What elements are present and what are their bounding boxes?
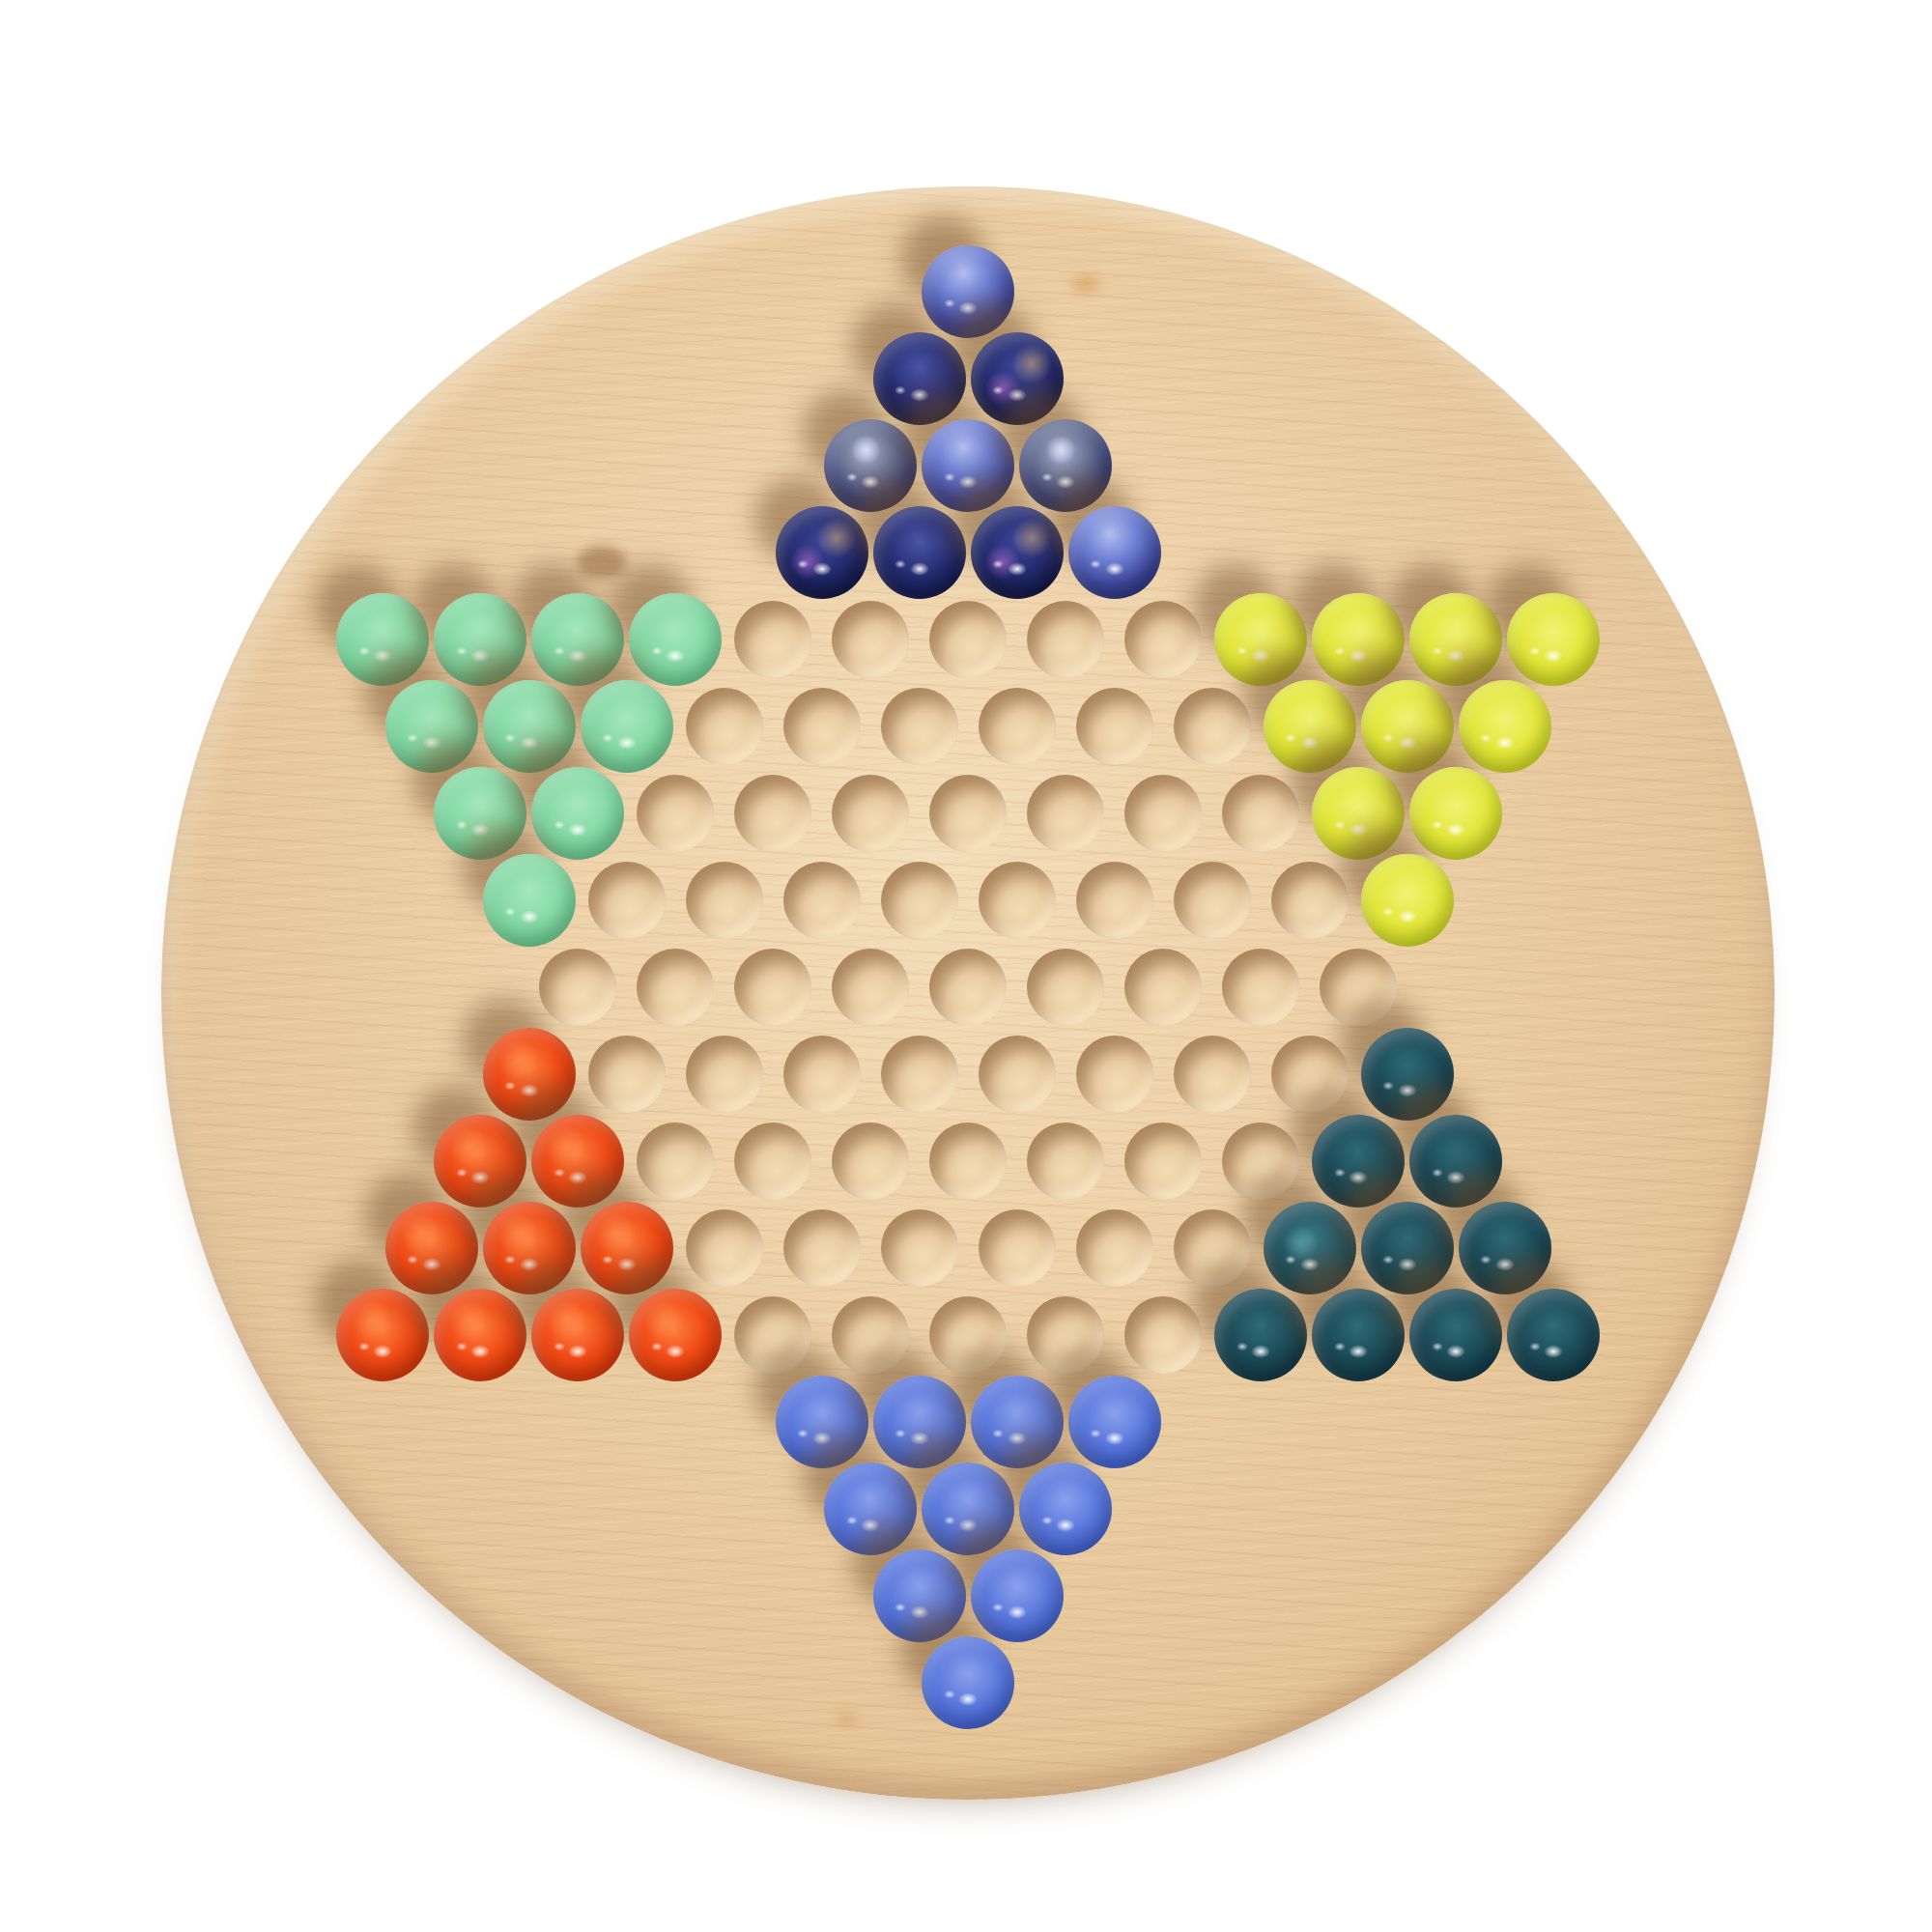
marble-blue[interactable]	[922, 1636, 1014, 1729]
board-hole[interactable]	[1027, 775, 1104, 852]
marble-blue[interactable]	[971, 1376, 1064, 1468]
marble-yellow[interactable]	[1361, 854, 1454, 947]
board-hole[interactable]	[734, 1296, 811, 1374]
board-hole[interactable]	[686, 862, 763, 939]
marble-teal[interactable]	[1361, 1028, 1454, 1121]
marble-blue[interactable]	[776, 1376, 868, 1468]
board-hole[interactable]	[881, 1209, 958, 1287]
wood-stain	[838, 1713, 857, 1726]
board-hole[interactable]	[1076, 1209, 1153, 1287]
marble-teal[interactable]	[1312, 1115, 1405, 1207]
marble-navy[interactable]	[971, 332, 1064, 425]
marble-yellow[interactable]	[1409, 767, 1502, 860]
marble-yellow[interactable]	[1214, 593, 1307, 686]
board-hole[interactable]	[1076, 862, 1153, 939]
marble-green[interactable]	[581, 680, 673, 773]
marble-navy[interactable]	[922, 419, 1014, 512]
marble-teal[interactable]	[1459, 1202, 1551, 1294]
board-hole[interactable]	[979, 862, 1056, 939]
marble-blue[interactable]	[971, 1549, 1064, 1642]
board-hole[interactable]	[881, 862, 958, 939]
marble-yellow[interactable]	[1459, 680, 1551, 773]
marble-navy[interactable]	[873, 506, 966, 599]
marble-yellow[interactable]	[1312, 767, 1405, 860]
board-hole[interactable]	[929, 601, 1007, 678]
board-hole[interactable]	[1124, 775, 1202, 852]
board-hole[interactable]	[979, 688, 1056, 765]
marble-green[interactable]	[531, 767, 624, 860]
board-hole[interactable]	[1222, 775, 1299, 852]
marble-teal[interactable]	[1409, 1115, 1502, 1207]
marble-green[interactable]	[385, 680, 478, 773]
board-hole[interactable]	[881, 1036, 958, 1113]
board-hole[interactable]	[686, 1036, 763, 1113]
marble-teal[interactable]	[1361, 1202, 1454, 1294]
board-hole[interactable]	[1174, 1209, 1251, 1287]
marble-navy[interactable]	[971, 506, 1064, 599]
board-hole[interactable]	[734, 949, 811, 1026]
wood-knot	[577, 546, 627, 579]
marble-blue[interactable]	[922, 1463, 1014, 1555]
marble-navy[interactable]	[776, 506, 868, 599]
marble-green[interactable]	[336, 593, 429, 686]
marble-red[interactable]	[629, 1289, 722, 1381]
board-hole[interactable]	[783, 862, 861, 939]
board-hole[interactable]	[1222, 949, 1299, 1026]
board-hole[interactable]	[1027, 1122, 1104, 1200]
marble-navy[interactable]	[824, 419, 917, 512]
board-hole[interactable]	[929, 1122, 1007, 1200]
marble-green[interactable]	[483, 680, 576, 773]
board-hole[interactable]	[1222, 1122, 1299, 1200]
board-hole[interactable]	[1174, 688, 1251, 765]
board-hole[interactable]	[881, 688, 958, 765]
marble-yellow[interactable]	[1361, 680, 1454, 773]
marble-teal[interactable]	[1312, 1289, 1405, 1381]
marble-red[interactable]	[434, 1289, 526, 1381]
board-hole[interactable]	[734, 775, 811, 852]
board-hole[interactable]	[929, 1296, 1007, 1374]
wood-stain	[1071, 275, 1100, 293]
marble-navy[interactable]	[1019, 419, 1112, 512]
marble-blue[interactable]	[873, 1549, 966, 1642]
marble-yellow[interactable]	[1312, 593, 1405, 686]
marble-red[interactable]	[483, 1202, 576, 1294]
board-hole[interactable]	[929, 949, 1007, 1026]
marble-green[interactable]	[434, 593, 526, 686]
board-hole[interactable]	[832, 601, 909, 678]
marble-red[interactable]	[531, 1115, 624, 1207]
marble-green[interactable]	[483, 854, 576, 947]
marble-red[interactable]	[385, 1202, 478, 1294]
board-hole[interactable]	[832, 1296, 909, 1374]
board-hole[interactable]	[979, 1209, 1056, 1287]
marble-green[interactable]	[629, 593, 722, 686]
marble-teal[interactable]	[1409, 1289, 1502, 1381]
marble-navy[interactable]	[873, 332, 966, 425]
board-hole[interactable]	[637, 949, 714, 1026]
board-hole[interactable]	[637, 775, 714, 852]
board-hole[interactable]	[1124, 1122, 1202, 1200]
board-hole[interactable]	[686, 1209, 763, 1287]
board-hole[interactable]	[1027, 601, 1104, 678]
marble-red[interactable]	[581, 1202, 673, 1294]
board-hole[interactable]	[1124, 601, 1202, 678]
board-hole[interactable]	[979, 1036, 1056, 1113]
marble-red[interactable]	[483, 1028, 576, 1121]
board-hole[interactable]	[588, 862, 666, 939]
marble-blue[interactable]	[1019, 1463, 1112, 1555]
marble-yellow[interactable]	[1507, 593, 1600, 686]
marble-teal[interactable]	[1507, 1289, 1600, 1381]
marble-blue[interactable]	[1068, 1376, 1161, 1468]
board-hole[interactable]	[783, 1209, 861, 1287]
board-hole[interactable]	[832, 949, 909, 1026]
marble-yellow[interactable]	[1409, 593, 1502, 686]
marble-green[interactable]	[434, 767, 526, 860]
board-hole[interactable]	[1271, 1036, 1349, 1113]
marble-yellow[interactable]	[1264, 680, 1356, 773]
photo-stage	[0, 0, 1932, 1932]
board-hole[interactable]	[1027, 949, 1104, 1026]
marble-blue[interactable]	[873, 1376, 966, 1468]
board-hole[interactable]	[783, 1036, 861, 1113]
marble-blue[interactable]	[824, 1463, 917, 1555]
board-hole[interactable]	[686, 688, 763, 765]
marble-navy[interactable]	[1068, 506, 1161, 599]
marble-red[interactable]	[336, 1289, 429, 1381]
board-hole[interactable]	[734, 1122, 811, 1200]
marble-teal[interactable]	[1214, 1289, 1307, 1381]
board-hole[interactable]	[1271, 862, 1349, 939]
board-hole[interactable]	[1174, 862, 1251, 939]
board-hole[interactable]	[637, 1122, 714, 1200]
board-hole[interactable]	[832, 1122, 909, 1200]
board-hole[interactable]	[1320, 949, 1397, 1026]
board-hole[interactable]	[1027, 1296, 1104, 1374]
marble-red[interactable]	[531, 1289, 624, 1381]
board-hole[interactable]	[1076, 1036, 1153, 1113]
marble-teal[interactable]	[1264, 1202, 1356, 1294]
board-hole[interactable]	[1076, 688, 1153, 765]
marble-green[interactable]	[531, 593, 624, 686]
board-hole[interactable]	[1124, 949, 1202, 1026]
board-hole[interactable]	[588, 1036, 666, 1113]
board-hole[interactable]	[783, 688, 861, 765]
marble-navy[interactable]	[922, 245, 1014, 338]
marble-red[interactable]	[434, 1115, 526, 1207]
board-hole[interactable]	[832, 775, 909, 852]
board-hole[interactable]	[1124, 1296, 1202, 1374]
board-hole[interactable]	[539, 949, 616, 1026]
board-hole[interactable]	[734, 601, 811, 678]
board-hole[interactable]	[1174, 1036, 1251, 1113]
board-hole[interactable]	[929, 775, 1007, 852]
